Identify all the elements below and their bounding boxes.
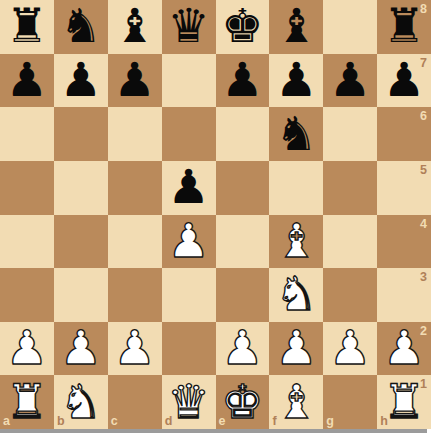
piece-white-pawn[interactable]: ♟ — [329, 324, 371, 371]
piece-white-pawn[interactable]: ♟ — [60, 324, 102, 371]
square-f2[interactable]: ♟ — [269, 322, 323, 376]
square-d2[interactable] — [162, 322, 216, 376]
rank-label-2: 2 — [420, 325, 427, 338]
file-label-a: a — [3, 415, 10, 428]
square-d6[interactable] — [162, 107, 216, 161]
square-e8[interactable]: ♚ — [216, 0, 270, 54]
rank-label-3: 3 — [420, 271, 427, 284]
square-g8[interactable] — [323, 0, 377, 54]
piece-black-pawn[interactable]: ♟ — [167, 163, 209, 210]
piece-white-knight[interactable]: ♞ — [60, 378, 102, 425]
square-f5[interactable] — [269, 161, 323, 215]
square-d4[interactable]: ♟ — [162, 215, 216, 269]
square-c2[interactable]: ♟ — [108, 322, 162, 376]
piece-white-pawn[interactable]: ♟ — [275, 324, 317, 371]
square-b1[interactable]: ♞b — [54, 375, 108, 429]
square-e1[interactable]: ♚e — [216, 375, 270, 429]
square-e4[interactable] — [216, 215, 270, 269]
piece-black-king[interactable]: ♚ — [221, 2, 263, 49]
rank-label-5: 5 — [420, 164, 427, 177]
piece-black-knight[interactable]: ♞ — [275, 110, 317, 157]
square-h7[interactable]: ♟7 — [377, 54, 431, 108]
square-c7[interactable]: ♟ — [108, 54, 162, 108]
piece-black-pawn[interactable]: ♟ — [114, 56, 156, 103]
piece-white-rook[interactable]: ♜ — [383, 378, 425, 425]
square-a8[interactable]: ♜ — [0, 0, 54, 54]
square-f1[interactable]: ♝f — [269, 375, 323, 429]
piece-white-pawn[interactable]: ♟ — [221, 324, 263, 371]
rank-label-7: 7 — [420, 57, 427, 70]
square-f8[interactable]: ♝ — [269, 0, 323, 54]
square-h1[interactable]: ♜1h — [377, 375, 431, 429]
piece-black-bishop[interactable]: ♝ — [114, 2, 156, 49]
bottom-bar-end — [427, 429, 431, 433]
piece-white-pawn[interactable]: ♟ — [6, 324, 48, 371]
square-h2[interactable]: ♟2 — [377, 322, 431, 376]
square-a4[interactable] — [0, 215, 54, 269]
square-h6[interactable]: 6 — [377, 107, 431, 161]
rank-label-6: 6 — [420, 110, 427, 123]
file-label-e: e — [219, 415, 226, 428]
square-b8[interactable]: ♞ — [54, 0, 108, 54]
piece-white-pawn[interactable]: ♟ — [383, 324, 425, 371]
square-f4[interactable]: ♝ — [269, 215, 323, 269]
piece-black-bishop[interactable]: ♝ — [275, 2, 317, 49]
square-a5[interactable] — [0, 161, 54, 215]
square-c5[interactable] — [108, 161, 162, 215]
square-g1[interactable]: g — [323, 375, 377, 429]
square-d8[interactable]: ♛ — [162, 0, 216, 54]
square-g3[interactable] — [323, 268, 377, 322]
square-g7[interactable]: ♟ — [323, 54, 377, 108]
square-b4[interactable] — [54, 215, 108, 269]
piece-black-pawn[interactable]: ♟ — [221, 56, 263, 103]
square-g6[interactable] — [323, 107, 377, 161]
file-label-f: f — [272, 415, 276, 428]
square-b5[interactable] — [54, 161, 108, 215]
square-g2[interactable]: ♟ — [323, 322, 377, 376]
square-c8[interactable]: ♝ — [108, 0, 162, 54]
square-h8[interactable]: ♜8 — [377, 0, 431, 54]
square-a1[interactable]: ♜a — [0, 375, 54, 429]
piece-black-knight[interactable]: ♞ — [60, 2, 102, 49]
piece-white-pawn[interactable]: ♟ — [167, 217, 209, 264]
piece-black-pawn[interactable]: ♟ — [329, 56, 371, 103]
square-c3[interactable] — [108, 268, 162, 322]
square-e2[interactable]: ♟ — [216, 322, 270, 376]
square-c6[interactable] — [108, 107, 162, 161]
square-e7[interactable]: ♟ — [216, 54, 270, 108]
square-d5[interactable]: ♟ — [162, 161, 216, 215]
piece-black-pawn[interactable]: ♟ — [383, 56, 425, 103]
rank-label-4: 4 — [420, 218, 427, 231]
square-d7[interactable] — [162, 54, 216, 108]
file-label-g: g — [326, 415, 334, 428]
file-label-c: c — [111, 415, 118, 428]
piece-white-queen[interactable]: ♛ — [167, 378, 209, 425]
piece-black-queen[interactable]: ♛ — [167, 2, 209, 49]
square-e6[interactable] — [216, 107, 270, 161]
piece-white-knight[interactable]: ♞ — [275, 270, 317, 317]
square-h5[interactable]: 5 — [377, 161, 431, 215]
bottom-edge-bar — [0, 429, 431, 433]
square-f6[interactable]: ♞ — [269, 107, 323, 161]
rank-label-8: 8 — [420, 3, 427, 16]
square-e5[interactable] — [216, 161, 270, 215]
rank-label-1: 1 — [420, 378, 427, 391]
square-h3[interactable]: 3 — [377, 268, 431, 322]
piece-black-pawn[interactable]: ♟ — [60, 56, 102, 103]
square-b6[interactable] — [54, 107, 108, 161]
square-d1[interactable]: ♛d — [162, 375, 216, 429]
square-a3[interactable] — [0, 268, 54, 322]
square-e3[interactable] — [216, 268, 270, 322]
piece-white-bishop[interactable]: ♝ — [275, 217, 317, 264]
square-g5[interactable] — [323, 161, 377, 215]
square-a7[interactable]: ♟ — [0, 54, 54, 108]
square-c1[interactable]: c — [108, 375, 162, 429]
square-b7[interactable]: ♟ — [54, 54, 108, 108]
file-label-h: h — [380, 415, 388, 428]
square-f3[interactable]: ♞ — [269, 268, 323, 322]
piece-white-king[interactable]: ♚ — [221, 378, 263, 425]
piece-black-pawn[interactable]: ♟ — [6, 56, 48, 103]
file-label-b: b — [57, 415, 65, 428]
piece-black-pawn[interactable]: ♟ — [275, 56, 317, 103]
square-b3[interactable] — [54, 268, 108, 322]
file-label-d: d — [165, 415, 173, 428]
square-a2[interactable]: ♟ — [0, 322, 54, 376]
square-a6[interactable] — [0, 107, 54, 161]
piece-black-rook[interactable]: ♜ — [383, 2, 425, 49]
square-g4[interactable] — [323, 215, 377, 269]
square-d3[interactable] — [162, 268, 216, 322]
piece-white-rook[interactable]: ♜ — [6, 378, 48, 425]
square-f7[interactable]: ♟ — [269, 54, 323, 108]
square-h4[interactable]: 4 — [377, 215, 431, 269]
chess-board: ♜♞♝♛♚♝♜8♟♟♟♟♟♟♟7♞6♟5♟♝4♞3♟♟♟♟♟♟♟2♜a♞bc♛d… — [0, 0, 431, 429]
piece-white-bishop[interactable]: ♝ — [275, 378, 317, 425]
square-b2[interactable]: ♟ — [54, 322, 108, 376]
square-c4[interactable] — [108, 215, 162, 269]
piece-white-pawn[interactable]: ♟ — [114, 324, 156, 371]
piece-black-rook[interactable]: ♜ — [6, 2, 48, 49]
